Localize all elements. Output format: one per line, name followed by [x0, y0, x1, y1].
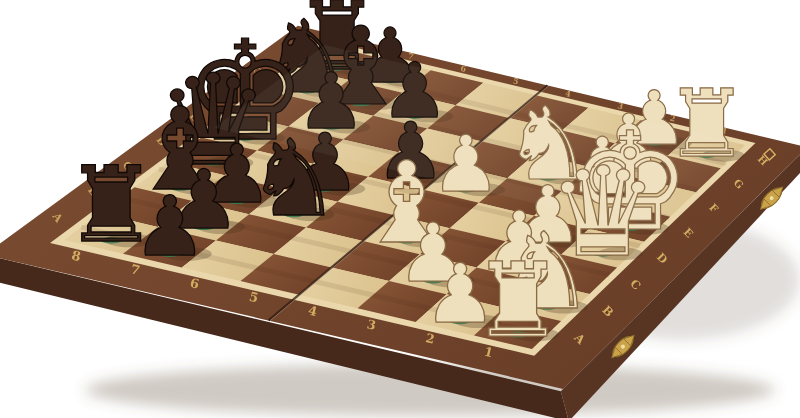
chess-set-photo: 8765432187654321ABCDEFGHABCDEFGH♜♟♟♜♞♝♟♟… [0, 0, 800, 418]
black-pawn-a7: ♟ [133, 178, 207, 275]
chess-board-scene: 8765432187654321ABCDEFGHABCDEFGH♜♟♟♜♞♝♟♟… [0, 0, 800, 418]
white-rook-a1: ♜ [472, 240, 564, 360]
